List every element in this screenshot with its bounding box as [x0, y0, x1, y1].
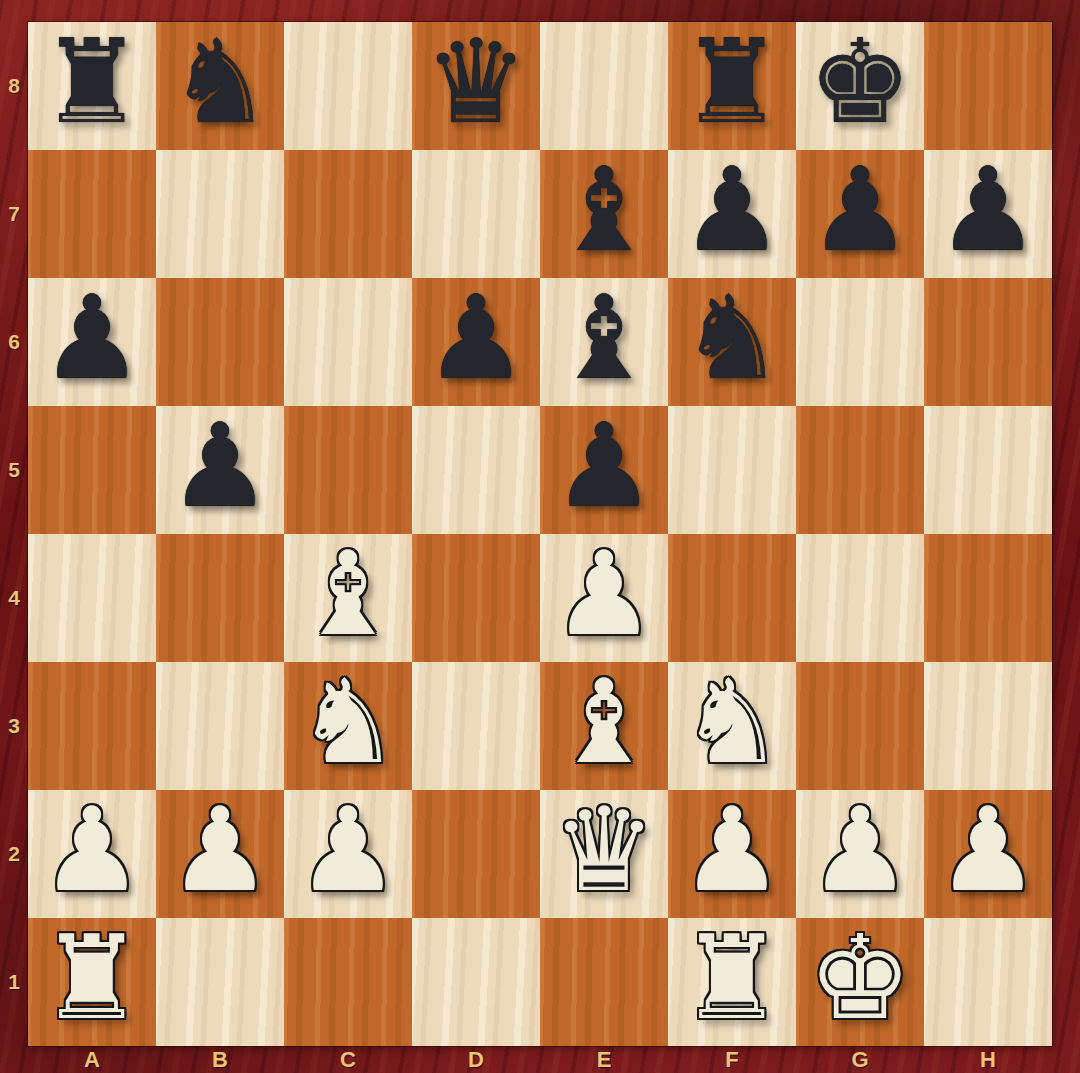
- square-f5[interactable]: [668, 406, 796, 534]
- square-c1[interactable]: [284, 918, 412, 1046]
- rank-labels: 87654321: [0, 22, 28, 1046]
- square-c6[interactable]: [284, 278, 412, 406]
- square-f1[interactable]: ♜: [668, 918, 796, 1046]
- square-h1[interactable]: [924, 918, 1052, 1046]
- square-h4[interactable]: [924, 534, 1052, 662]
- file-label-a: A: [28, 1046, 156, 1073]
- rank-label-2: 2: [0, 790, 28, 918]
- black-pawn-f7[interactable]: ♟: [680, 152, 784, 268]
- square-a6[interactable]: ♟: [28, 278, 156, 406]
- white-pawn-f2[interactable]: ♟: [680, 792, 784, 908]
- black-pawn-g7[interactable]: ♟: [808, 152, 912, 268]
- black-rook-f8[interactable]: ♜: [680, 24, 784, 140]
- square-a4[interactable]: [28, 534, 156, 662]
- square-b5[interactable]: ♟: [156, 406, 284, 534]
- square-d2[interactable]: [412, 790, 540, 918]
- white-bishop-c4[interactable]: ♝: [296, 536, 400, 652]
- square-b1[interactable]: [156, 918, 284, 1046]
- black-king-g8[interactable]: ♚: [808, 24, 912, 140]
- rank-label-1: 1: [0, 918, 28, 1046]
- square-d7[interactable]: [412, 150, 540, 278]
- square-g6[interactable]: [796, 278, 924, 406]
- file-label-c: C: [284, 1046, 412, 1073]
- square-f4[interactable]: [668, 534, 796, 662]
- square-h3[interactable]: [924, 662, 1052, 790]
- square-g2[interactable]: ♟: [796, 790, 924, 918]
- white-king-g1[interactable]: ♚: [808, 920, 912, 1036]
- square-g5[interactable]: [796, 406, 924, 534]
- black-pawn-b5[interactable]: ♟: [168, 408, 272, 524]
- chess-board: ♜♞♛♜♚♝♟♟♟♟♟♝♞♟♟♝♟♞♝♞♟♟♟♛♟♟♟♜♜♚: [28, 22, 1052, 1046]
- square-f6[interactable]: ♞: [668, 278, 796, 406]
- white-rook-f1[interactable]: ♜: [680, 920, 784, 1036]
- white-pawn-c2[interactable]: ♟: [296, 792, 400, 908]
- square-e1[interactable]: [540, 918, 668, 1046]
- rank-label-3: 3: [0, 662, 28, 790]
- black-pawn-a6[interactable]: ♟: [40, 280, 144, 396]
- square-d4[interactable]: [412, 534, 540, 662]
- square-b2[interactable]: ♟: [156, 790, 284, 918]
- square-d3[interactable]: [412, 662, 540, 790]
- square-f2[interactable]: ♟: [668, 790, 796, 918]
- rank-label-5: 5: [0, 406, 28, 534]
- square-c7[interactable]: [284, 150, 412, 278]
- square-e4[interactable]: ♟: [540, 534, 668, 662]
- black-pawn-h7[interactable]: ♟: [936, 152, 1040, 268]
- chess-board-frame: 87654321 ♜♞♛♜♚♝♟♟♟♟♟♝♞♟♟♝♟♞♝♞♟♟♟♛♟♟♟♜♜♚ …: [0, 0, 1080, 1073]
- square-g3[interactable]: [796, 662, 924, 790]
- square-a2[interactable]: ♟: [28, 790, 156, 918]
- file-label-h: H: [924, 1046, 1052, 1073]
- white-rook-a1[interactable]: ♜: [40, 920, 144, 1036]
- square-e8[interactable]: [540, 22, 668, 150]
- square-f8[interactable]: ♜: [668, 22, 796, 150]
- white-knight-f3[interactable]: ♞: [680, 664, 784, 780]
- white-pawn-b2[interactable]: ♟: [168, 792, 272, 908]
- square-e7[interactable]: ♝: [540, 150, 668, 278]
- square-d6[interactable]: ♟: [412, 278, 540, 406]
- square-b4[interactable]: [156, 534, 284, 662]
- square-c5[interactable]: [284, 406, 412, 534]
- white-pawn-a2[interactable]: ♟: [40, 792, 144, 908]
- square-b6[interactable]: [156, 278, 284, 406]
- black-bishop-e6[interactable]: ♝: [552, 280, 656, 396]
- square-h7[interactable]: ♟: [924, 150, 1052, 278]
- square-e5[interactable]: ♟: [540, 406, 668, 534]
- black-pawn-d6[interactable]: ♟: [424, 280, 528, 396]
- square-c4[interactable]: ♝: [284, 534, 412, 662]
- white-pawn-g2[interactable]: ♟: [808, 792, 912, 908]
- file-label-f: F: [668, 1046, 796, 1073]
- square-f7[interactable]: ♟: [668, 150, 796, 278]
- square-b7[interactable]: [156, 150, 284, 278]
- square-g4[interactable]: [796, 534, 924, 662]
- square-h5[interactable]: [924, 406, 1052, 534]
- file-label-d: D: [412, 1046, 540, 1073]
- square-f3[interactable]: ♞: [668, 662, 796, 790]
- file-label-b: B: [156, 1046, 284, 1073]
- square-a3[interactable]: [28, 662, 156, 790]
- square-h6[interactable]: [924, 278, 1052, 406]
- rank-label-8: 8: [0, 22, 28, 150]
- square-d1[interactable]: [412, 918, 540, 1046]
- square-d8[interactable]: ♛: [412, 22, 540, 150]
- square-g1[interactable]: ♚: [796, 918, 924, 1046]
- file-labels: ABCDEFGH: [28, 1046, 1052, 1073]
- file-label-e: E: [540, 1046, 668, 1073]
- black-knight-f6[interactable]: ♞: [680, 280, 784, 396]
- square-b3[interactable]: [156, 662, 284, 790]
- black-pawn-e5[interactable]: ♟: [552, 408, 656, 524]
- white-bishop-e3[interactable]: ♝: [552, 664, 656, 780]
- rank-label-4: 4: [0, 534, 28, 662]
- black-knight-b8[interactable]: ♞: [168, 24, 272, 140]
- file-label-g: G: [796, 1046, 924, 1073]
- square-c3[interactable]: ♞: [284, 662, 412, 790]
- square-d5[interactable]: [412, 406, 540, 534]
- square-e6[interactable]: ♝: [540, 278, 668, 406]
- black-bishop-e7[interactable]: ♝: [552, 152, 656, 268]
- black-queen-d8[interactable]: ♛: [424, 24, 528, 140]
- white-knight-c3[interactable]: ♞: [296, 664, 400, 780]
- rank-label-6: 6: [0, 278, 28, 406]
- white-pawn-e4[interactable]: ♟: [552, 536, 656, 652]
- square-a8[interactable]: ♜: [28, 22, 156, 150]
- rank-label-7: 7: [0, 150, 28, 278]
- square-c2[interactable]: ♟: [284, 790, 412, 918]
- square-a1[interactable]: ♜: [28, 918, 156, 1046]
- square-b8[interactable]: ♞: [156, 22, 284, 150]
- square-a5[interactable]: [28, 406, 156, 534]
- white-queen-e2[interactable]: ♛: [552, 792, 656, 908]
- square-g8[interactable]: ♚: [796, 22, 924, 150]
- square-c8[interactable]: [284, 22, 412, 150]
- square-e3[interactable]: ♝: [540, 662, 668, 790]
- black-rook-a8[interactable]: ♜: [40, 24, 144, 140]
- square-h8[interactable]: [924, 22, 1052, 150]
- white-pawn-h2[interactable]: ♟: [936, 792, 1040, 908]
- square-e2[interactable]: ♛: [540, 790, 668, 918]
- square-a7[interactable]: [28, 150, 156, 278]
- square-h2[interactable]: ♟: [924, 790, 1052, 918]
- square-g7[interactable]: ♟: [796, 150, 924, 278]
